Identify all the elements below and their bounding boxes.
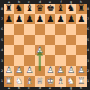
coord-rank-5-right: 5 xyxy=(87,38,89,41)
black-pawn-icon: ♟ xyxy=(14,14,24,24)
square-e7[interactable]: ♟ xyxy=(45,14,55,24)
coord-rank-7-right: 7 xyxy=(87,17,89,20)
coord-file-h-top: h xyxy=(80,0,82,3)
piece-white-pawn-a2[interactable]: ♟♙ xyxy=(4,66,14,76)
piece-black-pawn-c7[interactable]: ♟ xyxy=(24,14,34,24)
square-d7[interactable]: ♟ xyxy=(35,14,45,24)
square-f6[interactable] xyxy=(55,24,65,34)
chess-board-widget: ♜♞♝♛♚♝♞♜♟♟♟♟♟♟♟♟♟♙♟♙♟♙♟♙♟♙♟♙♟♙♟♙♜♖♞♘♝♗♛♕… xyxy=(0,0,90,90)
black-bishop-icon: ♝ xyxy=(24,4,34,14)
square-b7[interactable]: ♟ xyxy=(14,14,24,24)
square-e8[interactable]: ♚ xyxy=(45,4,55,14)
piece-black-knight-g8[interactable]: ♞ xyxy=(66,4,76,14)
square-a6[interactable] xyxy=(4,24,14,34)
black-bishop-icon: ♝ xyxy=(55,4,65,14)
coord-rank-1-right: 1 xyxy=(87,80,89,83)
square-b5[interactable] xyxy=(14,35,24,45)
piece-white-pawn-c2[interactable]: ♟♙ xyxy=(24,66,34,76)
square-h7[interactable]: ♟ xyxy=(76,14,86,24)
coord-file-g-bottom: g xyxy=(70,86,72,89)
square-c4[interactable] xyxy=(24,45,34,55)
coord-file-e-top: e xyxy=(49,0,51,3)
square-e3[interactable] xyxy=(45,55,55,65)
square-f2[interactable]: ♟♙ xyxy=(55,66,65,76)
white-pawn-outline-icon: ♙ xyxy=(14,66,24,76)
coord-rank-1-left: 1 xyxy=(1,80,3,83)
square-g2[interactable]: ♟♙ xyxy=(66,66,76,76)
square-a4[interactable] xyxy=(4,45,14,55)
square-b3[interactable] xyxy=(14,55,24,65)
coord-file-f-top: f xyxy=(60,0,61,3)
piece-black-pawn-f7[interactable]: ♟ xyxy=(55,14,65,24)
black-pawn-icon: ♟ xyxy=(66,14,76,24)
black-pawn-icon: ♟ xyxy=(55,14,65,24)
black-knight-icon: ♞ xyxy=(14,4,24,14)
black-rook-icon: ♜ xyxy=(4,4,14,14)
square-h5[interactable] xyxy=(76,35,86,45)
black-pawn-icon: ♟ xyxy=(4,14,14,24)
square-g4[interactable] xyxy=(66,45,76,55)
piece-black-pawn-a7[interactable]: ♟ xyxy=(4,14,14,24)
piece-white-pawn-g2[interactable]: ♟♙ xyxy=(66,66,76,76)
square-g7[interactable]: ♟ xyxy=(66,14,76,24)
coord-file-b-top: b xyxy=(18,0,20,3)
coord-file-d-top: d xyxy=(39,0,41,3)
piece-black-pawn-e7[interactable]: ♟ xyxy=(45,14,55,24)
coord-rank-4-right: 4 xyxy=(87,49,89,52)
black-knight-icon: ♞ xyxy=(66,4,76,14)
black-king-icon: ♚ xyxy=(45,4,55,14)
piece-black-bishop-c8[interactable]: ♝ xyxy=(24,4,34,14)
coord-rank-7-left: 7 xyxy=(1,17,3,20)
coord-rank-8-left: 8 xyxy=(1,7,3,10)
square-d5[interactable] xyxy=(35,35,45,45)
coord-rank-8-right: 8 xyxy=(87,7,89,10)
piece-black-queen-d8[interactable]: ♛ xyxy=(35,4,45,14)
piece-black-bishop-f8[interactable]: ♝ xyxy=(55,4,65,14)
white-pawn-outline-icon: ♙ xyxy=(76,66,86,76)
square-g8[interactable]: ♞ xyxy=(66,4,76,14)
white-pawn-outline-icon: ♙ xyxy=(4,66,14,76)
coord-file-d-bottom: d xyxy=(39,86,41,89)
square-a3[interactable] xyxy=(4,55,14,65)
coord-file-a-bottom: a xyxy=(8,86,10,89)
chess-board: ♜♞♝♛♚♝♞♜♟♟♟♟♟♟♟♟♟♙♟♙♟♙♟♙♟♙♟♙♟♙♟♙♜♖♞♘♝♗♛♕… xyxy=(4,4,87,87)
coord-rank-6-right: 6 xyxy=(87,28,89,31)
piece-black-knight-b8[interactable]: ♞ xyxy=(14,4,24,14)
white-pawn-outline-icon: ♙ xyxy=(35,45,45,55)
square-b4[interactable] xyxy=(14,45,24,55)
square-d6[interactable] xyxy=(35,24,45,34)
coord-rank-3-right: 3 xyxy=(87,59,89,62)
square-c2[interactable]: ♟♙ xyxy=(24,66,34,76)
piece-black-pawn-b7[interactable]: ♟ xyxy=(14,14,24,24)
piece-black-king-e8[interactable]: ♚ xyxy=(45,4,55,14)
square-f3[interactable] xyxy=(55,55,65,65)
square-a5[interactable] xyxy=(4,35,14,45)
square-f8[interactable]: ♝ xyxy=(55,4,65,14)
coord-rank-5-left: 5 xyxy=(1,38,3,41)
square-b2[interactable]: ♟♙ xyxy=(14,66,24,76)
square-f5[interactable] xyxy=(55,35,65,45)
piece-black-pawn-g7[interactable]: ♟ xyxy=(66,14,76,24)
square-d2[interactable] xyxy=(35,66,45,76)
black-rook-icon: ♜ xyxy=(76,4,86,14)
square-a8[interactable]: ♜ xyxy=(4,4,14,14)
square-h6[interactable] xyxy=(76,24,86,34)
coord-file-a-top: a xyxy=(8,0,10,3)
square-h2[interactable]: ♟♙ xyxy=(76,66,86,76)
black-pawn-icon: ♟ xyxy=(24,14,34,24)
square-g3[interactable] xyxy=(66,55,76,65)
square-h8[interactable]: ♜ xyxy=(76,4,86,14)
piece-white-pawn-d4[interactable]: ♟♙ xyxy=(35,45,45,55)
square-a7[interactable]: ♟ xyxy=(4,14,14,24)
coord-file-f-bottom: f xyxy=(60,86,61,89)
black-pawn-icon: ♟ xyxy=(76,14,86,24)
piece-white-pawn-f2[interactable]: ♟♙ xyxy=(55,66,65,76)
coord-file-e-bottom: e xyxy=(49,86,51,89)
coord-rank-6-left: 6 xyxy=(1,28,3,31)
square-a2[interactable]: ♟♙ xyxy=(4,66,14,76)
square-b6[interactable] xyxy=(14,24,24,34)
square-c3[interactable] xyxy=(24,55,34,65)
square-c8[interactable]: ♝ xyxy=(24,4,34,14)
piece-white-pawn-e2[interactable]: ♟♙ xyxy=(45,66,55,76)
square-c7[interactable]: ♟ xyxy=(24,14,34,24)
square-e5[interactable] xyxy=(45,35,55,45)
square-e2[interactable]: ♟♙ xyxy=(45,66,55,76)
piece-white-pawn-h2[interactable]: ♟♙ xyxy=(76,66,86,76)
square-b8[interactable]: ♞ xyxy=(14,4,24,14)
square-c5[interactable] xyxy=(24,35,34,45)
black-pawn-icon: ♟ xyxy=(45,14,55,24)
white-pawn-outline-icon: ♙ xyxy=(55,66,65,76)
square-f7[interactable]: ♟ xyxy=(55,14,65,24)
square-d8[interactable]: ♛ xyxy=(35,4,45,14)
square-d3[interactable] xyxy=(35,55,45,65)
square-h4[interactable] xyxy=(76,45,86,55)
black-queen-icon: ♛ xyxy=(35,4,45,14)
coord-rank-2-left: 2 xyxy=(1,69,3,72)
square-g5[interactable] xyxy=(66,35,76,45)
coord-file-b-bottom: b xyxy=(18,86,20,89)
piece-black-rook-h8[interactable]: ♜ xyxy=(76,4,86,14)
coord-file-h-bottom: h xyxy=(80,86,82,89)
square-d4[interactable]: ♟♙ xyxy=(35,45,45,55)
piece-black-pawn-h7[interactable]: ♟ xyxy=(76,14,86,24)
white-pawn-outline-icon: ♙ xyxy=(24,66,34,76)
square-h3[interactable] xyxy=(76,55,86,65)
piece-black-pawn-d7[interactable]: ♟ xyxy=(35,14,45,24)
piece-black-rook-a8[interactable]: ♜ xyxy=(4,4,14,14)
piece-white-pawn-b2[interactable]: ♟♙ xyxy=(14,66,24,76)
white-pawn-outline-icon: ♙ xyxy=(66,66,76,76)
coord-rank-3-left: 3 xyxy=(1,59,3,62)
white-pawn-outline-icon: ♙ xyxy=(45,66,55,76)
square-f4[interactable] xyxy=(55,45,65,55)
black-pawn-icon: ♟ xyxy=(35,14,45,24)
coord-file-g-top: g xyxy=(70,0,72,3)
coord-rank-4-left: 4 xyxy=(1,49,3,52)
square-c6[interactable] xyxy=(24,24,34,34)
square-e4[interactable] xyxy=(45,45,55,55)
coord-rank-2-right: 2 xyxy=(87,69,89,72)
square-g6[interactable] xyxy=(66,24,76,34)
square-e6[interactable] xyxy=(45,24,55,34)
